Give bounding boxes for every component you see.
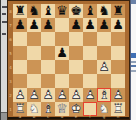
window-titlebar-fragment: [131, 0, 136, 4]
white-pawn-piece: ♙: [13, 88, 27, 102]
square-a5[interactable]: [13, 46, 27, 60]
square-g4[interactable]: ♟♙: [97, 60, 111, 74]
square-f7[interactable]: ♟: [83, 18, 97, 32]
square-e5[interactable]: [69, 46, 83, 60]
square-d2[interactable]: ♟♙: [55, 88, 69, 102]
square-c4[interactable]: [41, 60, 55, 74]
square-f8[interactable]: ♝: [83, 4, 97, 18]
square-h7[interactable]: ♟: [111, 18, 125, 32]
black-pawn-piece: ♟: [27, 18, 41, 32]
black-knight-piece: ♞: [97, 4, 111, 18]
square-a6[interactable]: [13, 32, 27, 46]
square-a3[interactable]: [13, 74, 27, 88]
square-a7[interactable]: ♟: [13, 18, 27, 32]
screenshot-root: 87654321 ♜♞♝♛♚♝♞♜♟♟♟♟♟♟♟♟♟♙♟♙♟♙♟♙♟♙♟♙♟♙♝…: [0, 0, 136, 120]
square-g5[interactable]: [97, 46, 111, 60]
background-window-left: [0, 0, 7, 120]
file-label-d: d: [55, 115, 69, 120]
square-f2[interactable]: ♟♙: [83, 88, 97, 102]
window-selected-item-fragment: [131, 53, 136, 58]
file-label-g: g: [97, 115, 111, 120]
black-rook-piece: ♜: [13, 4, 27, 18]
white-pawn-piece: ♙: [41, 88, 55, 102]
square-d4[interactable]: [55, 60, 69, 74]
window-text-fragment: [2, 13, 6, 15]
black-knight-piece: ♞: [27, 4, 41, 18]
square-g8[interactable]: ♞: [97, 4, 111, 18]
square-h5[interactable]: [111, 46, 125, 60]
white-pawn-piece: ♙: [55, 88, 69, 102]
square-d7[interactable]: [55, 18, 69, 32]
file-label-a: a: [13, 115, 27, 120]
white-pawn-piece: ♙: [83, 88, 97, 102]
square-f6[interactable]: [83, 32, 97, 46]
white-pawn-piece: ♙: [27, 88, 41, 102]
white-bishop-piece: ♗: [97, 88, 111, 102]
square-d3[interactable]: [55, 74, 69, 88]
file-label-h: h: [111, 115, 125, 120]
window-text-fragment: [131, 70, 136, 72]
square-b8[interactable]: ♞: [27, 4, 41, 18]
square-c5[interactable]: [41, 46, 55, 60]
square-d6[interactable]: [55, 32, 69, 46]
square-a4[interactable]: [13, 60, 27, 74]
square-a8[interactable]: ♜: [13, 4, 27, 18]
square-h8[interactable]: ♜: [111, 4, 125, 18]
square-d5[interactable]: ♟: [55, 46, 69, 60]
square-b4[interactable]: [27, 60, 41, 74]
black-rook-piece: ♜: [111, 4, 125, 18]
white-pawn-piece: ♙: [97, 60, 111, 74]
square-d8[interactable]: ♛: [55, 4, 69, 18]
square-e6[interactable]: [69, 32, 83, 46]
white-pawn-piece: ♙: [111, 88, 125, 102]
square-b5[interactable]: [27, 46, 41, 60]
square-g2[interactable]: ♝♗: [97, 88, 111, 102]
black-pawn-piece: ♟: [83, 18, 97, 32]
black-bishop-piece: ♝: [83, 4, 97, 18]
black-pawn-piece: ♟: [111, 18, 125, 32]
black-pawn-piece: ♟: [41, 18, 55, 32]
square-c6[interactable]: [41, 32, 55, 46]
black-pawn-piece: ♟: [55, 46, 69, 60]
square-c8[interactable]: ♝: [41, 4, 55, 18]
square-g3[interactable]: [97, 74, 111, 88]
square-f4[interactable]: [83, 60, 97, 74]
window-text-fragment: [131, 65, 136, 67]
square-b2[interactable]: ♟♙: [27, 88, 41, 102]
file-label-b: b: [27, 115, 41, 120]
square-g7[interactable]: ♟: [97, 18, 111, 32]
square-e8[interactable]: ♚: [69, 4, 83, 18]
square-a2[interactable]: ♟♙: [13, 88, 27, 102]
square-e2[interactable]: ♟♙: [69, 88, 83, 102]
black-pawn-piece: ♟: [13, 18, 27, 32]
black-queen-piece: ♛: [55, 4, 69, 18]
square-h6[interactable]: [111, 32, 125, 46]
file-label-e: e: [69, 115, 83, 120]
white-pawn-piece: ♙: [69, 88, 83, 102]
square-e4[interactable]: [69, 60, 83, 74]
square-e7[interactable]: ♟: [69, 18, 83, 32]
square-b6[interactable]: [27, 32, 41, 46]
file-labels: abcdefgh: [13, 115, 125, 120]
square-c7[interactable]: ♟: [41, 18, 55, 32]
black-pawn-piece: ♟: [97, 18, 111, 32]
square-h3[interactable]: [111, 74, 125, 88]
window-text-fragment: [131, 61, 136, 63]
square-b3[interactable]: [27, 74, 41, 88]
square-h4[interactable]: [111, 60, 125, 74]
square-f3[interactable]: [83, 74, 97, 88]
background-window-right: [130, 0, 136, 120]
square-h2[interactable]: ♟♙: [111, 88, 125, 102]
square-f5[interactable]: [83, 46, 97, 60]
square-b7[interactable]: ♟: [27, 18, 41, 32]
file-label-c: c: [41, 115, 55, 120]
square-e3[interactable]: [69, 74, 83, 88]
chess-board[interactable]: ♜♞♝♛♚♝♞♜♟♟♟♟♟♟♟♟♟♙♟♙♟♙♟♙♟♙♟♙♟♙♝♗♟♙♜♖♞♘♝♗…: [13, 4, 125, 116]
black-pawn-piece: ♟: [69, 18, 83, 32]
square-c3[interactable]: [41, 74, 55, 88]
black-king-piece: ♚: [69, 4, 83, 18]
black-bishop-piece: ♝: [41, 4, 55, 18]
file-label-f: f: [83, 115, 97, 120]
square-c2[interactable]: ♟♙: [41, 88, 55, 102]
window-text-fragment: [2, 33, 6, 35]
square-g6[interactable]: [97, 32, 111, 46]
